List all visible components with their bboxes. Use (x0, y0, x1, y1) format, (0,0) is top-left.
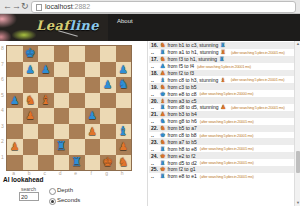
move-text: from c3 to b5 (167, 84, 196, 90)
move-number: .. (151, 104, 160, 110)
white-pawn-icon: ♟ (160, 70, 165, 76)
move-row: 17.♞from f3 to h1, stunning♜ (149, 56, 294, 63)
square-c3[interactable] (38, 124, 54, 140)
square-b3[interactable] (23, 124, 39, 140)
move-list-scrollbar[interactable]: ▲ ▼ (294, 41, 300, 206)
square-d3[interactable] (54, 124, 70, 140)
square-h1[interactable]: ♞ (116, 155, 132, 171)
square-f1[interactable] (85, 155, 101, 171)
scroll-down-icon[interactable]: ▼ (296, 201, 300, 205)
move-number: .. (151, 91, 160, 97)
move-row: ..♜from a1 to h1, stunning♜(after search… (149, 49, 294, 56)
move-text: from b1 to c3, stunning (167, 42, 218, 48)
square-h3[interactable]: ♝ (116, 124, 132, 140)
square-h2[interactable]: ♟ (116, 139, 132, 155)
square-h7[interactable]: ♟ (116, 62, 132, 78)
move-text: from f3 to h1, stunning (167, 56, 217, 62)
square-a1[interactable] (7, 155, 23, 171)
move-row: ..♜from e8 to e1(after searching 5 plies… (149, 173, 294, 180)
radio-seconds[interactable] (49, 198, 56, 205)
move-text: from a7 to b5 (167, 139, 196, 145)
move-text: from d5 to d2 (167, 160, 196, 166)
move-number: .. (151, 132, 160, 138)
square-h4[interactable] (116, 108, 132, 124)
square-d8[interactable] (54, 46, 70, 62)
black-pawn-icon: ♟ (160, 63, 165, 69)
white-bishop-icon: ♝ (160, 98, 165, 104)
move-text: from g8 to h6 (167, 118, 196, 124)
refresh-icon[interactable]: ↻ (21, 0, 29, 13)
square-g1[interactable]: ♚ (100, 155, 116, 171)
page-icon (36, 4, 42, 11)
square-b8[interactable]: ♚ (23, 46, 39, 62)
square-g2[interactable] (100, 139, 116, 155)
piece-black-rook[interactable]: ♜ (71, 155, 82, 171)
square-f5[interactable] (85, 93, 101, 109)
square-a6[interactable] (7, 77, 23, 93)
move-row: 16.♞from b1 to c3, stunning♜ (149, 42, 294, 49)
search-note: (after searching 5 plies in 20001 ms) (231, 50, 285, 55)
square-b4[interactable]: ♟ (23, 108, 39, 124)
square-e5[interactable] (69, 93, 85, 109)
square-f4[interactable]: ♟ (85, 108, 101, 124)
square-d1[interactable] (54, 155, 70, 171)
chess-board[interactable]: ♚♟♟♟♟♞♟♞♝♟♟♟♝♟♜♟♜♚♞ (6, 45, 132, 171)
radio-depth-label[interactable]: Depth (57, 187, 73, 193)
square-f6[interactable] (85, 77, 101, 93)
scrollbar-thumb[interactable] (296, 151, 300, 173)
file-label-f: f (84, 170, 100, 176)
square-c2[interactable] (38, 139, 54, 155)
nav-about-link[interactable]: About (117, 18, 133, 24)
captured-white-bishop-icon: ♝ (220, 77, 225, 83)
back-icon[interactable]: ← (3, 0, 12, 13)
move-number: 21. (151, 111, 160, 117)
move-row: 18.♟from f2 to f3 (149, 70, 294, 77)
black-rook-icon: ♜ (160, 104, 165, 110)
piece-black-pawn[interactable]: ♟ (88, 108, 97, 124)
move-number: 25. (151, 166, 160, 172)
app-header: Leafline About (0, 14, 300, 41)
app-screen: ← → ↻ localhost:2882 Leafline About 8765… (0, 0, 300, 206)
black-rook-icon: ♜ (160, 160, 165, 166)
move-row: 20.♝from a3 to c5 (149, 97, 294, 104)
move-text: from f2 to g1 (167, 166, 195, 172)
square-g8[interactable] (100, 46, 116, 62)
square-g5[interactable] (100, 93, 116, 109)
square-d6[interactable] (54, 77, 70, 93)
square-e4[interactable] (69, 108, 85, 124)
square-b5[interactable]: ♞ (23, 93, 39, 109)
move-number: .. (151, 173, 160, 179)
square-b1[interactable] (23, 155, 39, 171)
move-list: 16.♞from b1 to c3, stunning♜..♜from a1 t… (149, 42, 294, 182)
move-text: from h8 to e8 (167, 146, 196, 152)
move-row: 24.♚from e2 to f2 (149, 152, 294, 159)
move-row: 19.♞from c3 to b5 (149, 83, 294, 90)
black-knight-icon: ♞ (160, 118, 165, 124)
square-c8[interactable] (38, 46, 54, 62)
piece-black-pawn[interactable]: ♟ (10, 93, 19, 109)
black-king-icon: ♚ (160, 91, 165, 97)
move-number: .. (151, 146, 160, 152)
square-a3[interactable] (7, 124, 23, 140)
move-text: from e8 to e1 (167, 173, 196, 179)
move-row: ..♜from d5 to d2(after searching 5 plies… (149, 159, 294, 166)
piece-white-pawn[interactable]: ♟ (119, 139, 128, 155)
move-row: ..♞from g8 to h6(after searching 5 plies… (149, 118, 294, 125)
nav-bar: About (108, 14, 300, 41)
search-note: (after searching 5 plies in 20001 ms) (200, 174, 254, 179)
square-g3[interactable] (100, 124, 116, 140)
move-row: 23.♞from a7 to b5 (149, 138, 294, 145)
logo-leaf-text: Leaf (36, 18, 69, 33)
piece-black-pawn[interactable]: ♟ (103, 77, 112, 93)
square-d4[interactable] (54, 108, 70, 124)
move-row: ..♚from c8 to b8(after searching 5 plies… (149, 132, 294, 139)
piece-black-bishop[interactable]: ♝ (118, 124, 129, 140)
square-g7[interactable] (100, 62, 116, 78)
square-b6[interactable] (23, 77, 39, 93)
file-label-h: h (115, 170, 131, 176)
move-text: from f2 to f3 (167, 70, 194, 76)
square-h5[interactable] (116, 93, 132, 109)
move-number: 22. (151, 125, 160, 131)
move-number: 19. (151, 84, 160, 90)
captured-white-rook-icon: ♜ (221, 49, 226, 55)
move-number: 18. (151, 70, 160, 76)
square-h6[interactable]: ♞ (116, 77, 132, 93)
black-bishop-icon: ♝ (160, 77, 165, 83)
file-label-e: e (68, 170, 84, 176)
square-c5[interactable]: ♝ (38, 93, 54, 109)
search-note: (after searching 5 plies in 20001 ms) (200, 146, 254, 151)
square-c6[interactable] (38, 77, 54, 93)
piece-black-rook[interactable]: ♜ (56, 139, 67, 155)
move-text: from b3 to b4 (167, 111, 196, 117)
black-rook-icon: ♜ (160, 49, 165, 55)
move-number: 20. (151, 98, 160, 104)
square-a8[interactable] (7, 46, 23, 62)
panel-divider (147, 41, 148, 206)
search-note: (after searching 5 plies in 20001 ms) (197, 64, 251, 69)
piece-white-pawn[interactable]: ♟ (26, 108, 35, 124)
square-a2[interactable]: ♟ (7, 139, 23, 155)
piece-white-king[interactable]: ♚ (102, 155, 113, 171)
scroll-up-icon[interactable]: ▲ (296, 42, 300, 46)
move-number: 17. (151, 56, 160, 62)
square-c4[interactable] (38, 108, 54, 124)
square-c1[interactable] (38, 155, 54, 171)
search-input[interactable] (19, 192, 39, 201)
search-note: (after searching 5 plies in 20001 ms) (200, 133, 254, 138)
move-number: 23. (151, 139, 160, 145)
radio-depth[interactable] (49, 188, 56, 195)
white-king-icon: ♚ (160, 153, 165, 159)
piece-black-pawn[interactable]: ♟ (26, 62, 35, 78)
url-bar[interactable]: localhost:2882 (31, 1, 296, 13)
square-c7[interactable]: ♟ (38, 62, 54, 78)
move-text: from e8 to c8 (167, 91, 196, 97)
piece-white-pawn[interactable]: ♟ (10, 139, 19, 155)
move-number: 24. (151, 153, 160, 159)
move-row: ..♜from d8 to d5, stunning♟(after search… (149, 104, 294, 111)
square-f3[interactable]: ♟ (85, 124, 101, 140)
square-e7[interactable] (69, 62, 85, 78)
white-knight-icon: ♞ (160, 56, 165, 62)
search-note: (after searching 5 plies in 20001 ms) (231, 77, 285, 82)
white-knight-icon: ♞ (160, 84, 165, 90)
square-e2[interactable] (69, 139, 85, 155)
square-d7[interactable] (54, 62, 70, 78)
move-number: .. (151, 118, 160, 124)
radio-seconds-label[interactable]: Seconds (57, 197, 80, 203)
search-note: (after searching 5 plies in 20000 ms) (200, 91, 254, 96)
move-text: from c8 to b8 (167, 132, 196, 138)
square-f8[interactable] (85, 46, 101, 62)
square-d5[interactable] (54, 93, 70, 109)
move-row: ..♝from c8 to h3, stunning♝(after search… (149, 76, 294, 83)
url-port: :2882 (73, 3, 91, 10)
white-king-icon: ♚ (160, 166, 165, 172)
captured-white-pawn-icon: ♟ (221, 104, 226, 110)
file-label-d: d (53, 170, 69, 176)
move-text: from b5 to a7 (167, 125, 196, 131)
square-e6[interactable] (69, 77, 85, 93)
search-note: (after searching 5 plies in 20001 ms) (200, 119, 254, 124)
piece-black-knight[interactable]: ♞ (118, 77, 129, 93)
piece-white-knight[interactable]: ♞ (118, 155, 129, 171)
piece-black-pawn[interactable]: ♟ (119, 62, 128, 78)
url-host: localhost (45, 3, 73, 10)
square-e3[interactable] (69, 124, 85, 140)
black-king-icon: ♚ (160, 132, 165, 138)
move-number: .. (151, 49, 160, 55)
move-text: from e2 to f2 (167, 153, 195, 159)
square-f2[interactable] (85, 139, 101, 155)
forward-icon[interactable]: → (12, 0, 21, 13)
move-number: 16. (151, 42, 160, 48)
move-text: from d8 to d5, stunning (167, 104, 218, 110)
square-b7[interactable]: ♟ (23, 62, 39, 78)
white-pawn-icon: ♟ (160, 111, 165, 117)
captured-black-rook-icon: ♜ (220, 42, 225, 48)
search-note: (after searching 5 plies in 20001 ms) (200, 160, 254, 165)
move-number: .. (151, 63, 160, 69)
square-a7[interactable] (7, 62, 23, 78)
piece-white-pawn[interactable]: ♟ (88, 124, 97, 140)
url-text[interactable]: localhost:2882 (45, 2, 90, 12)
move-text: from a3 to c5 (167, 98, 196, 104)
captured-black-rook-icon: ♜ (219, 56, 224, 62)
move-row: ..♟from f5 to f4(after searching 5 plies… (149, 63, 294, 70)
square-g6[interactable]: ♟ (100, 77, 116, 93)
square-f7[interactable] (85, 62, 101, 78)
move-number: .. (151, 160, 160, 166)
square-a4[interactable] (7, 108, 23, 124)
square-h8[interactable] (116, 46, 132, 62)
move-row: 22.♞from b5 to a7 (149, 125, 294, 132)
move-row: ..♚from e8 to c8(after searching 5 plies… (149, 90, 294, 97)
square-b2[interactable] (23, 139, 39, 155)
file-label-g: g (99, 170, 115, 176)
square-e1[interactable]: ♜ (69, 155, 85, 171)
white-knight-icon: ♞ (160, 42, 165, 48)
move-row: 21.♟from b3 to b4 (149, 111, 294, 118)
white-knight-icon: ♞ (160, 125, 165, 131)
logo-line-text: line (69, 18, 99, 33)
black-rook-icon: ♜ (160, 146, 165, 152)
square-g4[interactable] (100, 108, 116, 124)
black-rook-icon: ♜ (160, 173, 165, 179)
move-text: from c8 to h3, stunning (167, 77, 218, 83)
move-text: from a1 to h1, stunning (167, 49, 218, 55)
move-row: 25.♚from f2 to g1 (149, 166, 294, 173)
move-number: .. (151, 77, 160, 83)
radio-selected-dot (51, 200, 54, 203)
ai-lookahead-heading: AI lookahead (3, 176, 43, 183)
search-note: (after searching 5 plies in 20001 ms) (231, 105, 285, 110)
piece-white-knight[interactable]: ♞ (25, 93, 36, 109)
square-e8[interactable] (69, 46, 85, 62)
piece-black-pawn[interactable]: ♟ (41, 62, 50, 78)
piece-white-bishop[interactable]: ♝ (40, 93, 51, 109)
move-text: from f5 to f4 (167, 63, 194, 69)
piece-black-king[interactable]: ♚ (25, 46, 36, 62)
app-logo: Leafline (36, 18, 99, 33)
square-d2[interactable]: ♜ (54, 139, 70, 155)
move-row: ..♜from h8 to e8(after searching 5 plies… (149, 145, 294, 152)
browser-chrome: ← → ↻ localhost:2882 (0, 0, 300, 14)
square-a5[interactable]: ♟ (7, 93, 23, 109)
white-knight-icon: ♞ (160, 139, 165, 145)
